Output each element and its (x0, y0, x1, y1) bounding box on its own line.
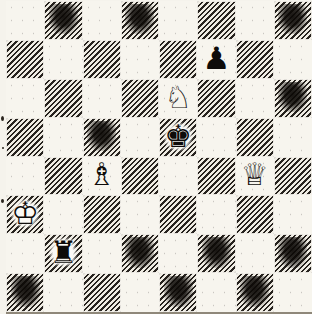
square-c2[interactable] (83, 234, 121, 273)
square-h5[interactable] (274, 118, 312, 157)
square-a6[interactable] (6, 79, 44, 118)
ink-speck (1, 116, 4, 121)
square-d4[interactable] (121, 157, 159, 196)
piece-black-rook: ♜ (46, 236, 80, 269)
square-c8[interactable] (83, 1, 121, 40)
square-a5[interactable] (6, 118, 44, 157)
square-a7[interactable] (6, 40, 44, 79)
square-h3[interactable] (274, 195, 312, 234)
square-h1[interactable] (274, 273, 312, 312)
square-d8[interactable] (121, 1, 159, 40)
square-e7[interactable] (159, 40, 197, 79)
square-f3[interactable] (197, 195, 235, 234)
square-f7[interactable]: ♟ (197, 40, 235, 79)
piece-black-pawn: ♟ (202, 43, 230, 74)
piece-white-king: ♔ (8, 197, 42, 230)
square-h2[interactable] (274, 234, 312, 273)
square-h6[interactable] (274, 79, 312, 118)
piece-white-knight: ♘ (164, 82, 192, 113)
square-a1[interactable] (6, 273, 44, 312)
square-h7[interactable] (274, 40, 312, 79)
square-c3[interactable] (83, 195, 121, 234)
square-d1[interactable] (121, 273, 159, 312)
square-b2[interactable]: ♜ (44, 234, 82, 273)
scanned-chess-diagram: ♟♘♚♗♕♔♜ (0, 0, 312, 314)
square-a3[interactable]: ♔ (6, 195, 44, 234)
square-f2[interactable] (197, 234, 235, 273)
square-b7[interactable] (44, 40, 82, 79)
square-c5[interactable] (83, 118, 121, 157)
square-b4[interactable] (44, 157, 82, 196)
square-e2[interactable] (159, 234, 197, 273)
square-b3[interactable] (44, 195, 82, 234)
square-a2[interactable] (6, 234, 44, 273)
square-e3[interactable] (159, 195, 197, 234)
square-e4[interactable] (159, 157, 197, 196)
square-f8[interactable] (197, 1, 235, 40)
square-a8[interactable] (6, 1, 44, 40)
square-g5[interactable] (236, 118, 274, 157)
square-b1[interactable] (44, 273, 82, 312)
square-e1[interactable] (159, 273, 197, 312)
square-g6[interactable] (236, 79, 274, 118)
piece-black-king: ♚ (161, 120, 195, 153)
square-d3[interactable] (121, 195, 159, 234)
square-c4[interactable]: ♗ (83, 157, 121, 196)
square-e5[interactable]: ♚ (159, 118, 197, 157)
chess-board: ♟♘♚♗♕♔♜ (6, 1, 312, 314)
square-c7[interactable] (83, 40, 121, 79)
square-d7[interactable] (121, 40, 159, 79)
square-g2[interactable] (236, 234, 274, 273)
piece-white-bishop: ♗ (88, 159, 116, 190)
square-h8[interactable] (274, 1, 312, 40)
square-e6[interactable]: ♘ (159, 79, 197, 118)
ink-speck (2, 147, 4, 149)
square-a4[interactable] (6, 157, 44, 196)
square-f4[interactable] (197, 157, 235, 196)
square-c6[interactable] (83, 79, 121, 118)
square-d6[interactable] (121, 79, 159, 118)
square-g7[interactable] (236, 40, 274, 79)
square-d2[interactable] (121, 234, 159, 273)
square-b6[interactable] (44, 79, 82, 118)
square-f1[interactable] (197, 273, 235, 312)
square-g3[interactable] (236, 195, 274, 234)
square-b8[interactable] (44, 1, 82, 40)
square-d5[interactable] (121, 118, 159, 157)
square-f5[interactable] (197, 118, 235, 157)
square-h4[interactable] (274, 157, 312, 196)
square-f6[interactable] (197, 79, 235, 118)
square-b5[interactable] (44, 118, 82, 157)
square-g4[interactable]: ♕ (236, 157, 274, 196)
square-c1[interactable] (83, 273, 121, 312)
piece-white-queen: ♕ (241, 159, 269, 190)
ink-speck (1, 199, 4, 203)
square-e8[interactable] (159, 1, 197, 40)
square-g8[interactable] (236, 1, 274, 40)
square-g1[interactable] (236, 273, 274, 312)
